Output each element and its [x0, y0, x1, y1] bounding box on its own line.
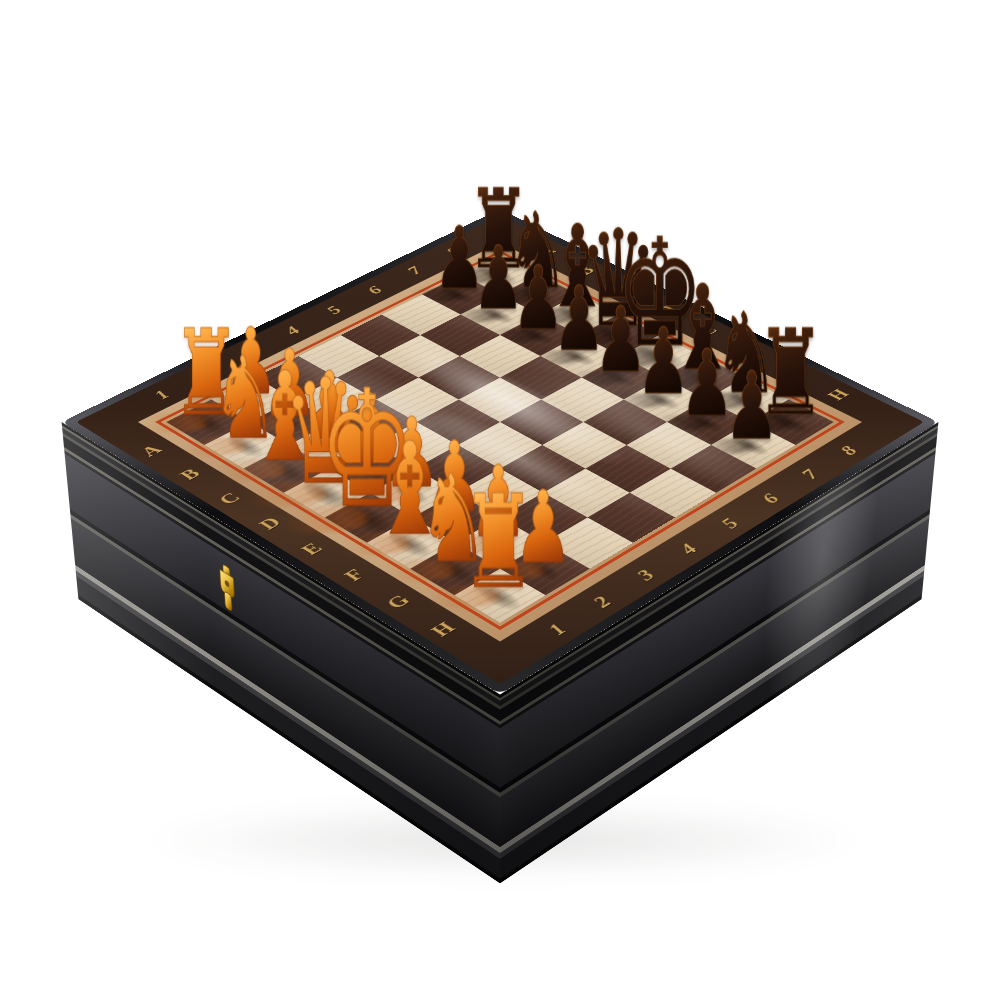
gold-clasp [217, 559, 239, 618]
piece-black-pawn[interactable]: ♟ [724, 362, 779, 450]
black-pawn-glyph: ♟ [724, 362, 779, 450]
chess-box-set: ♜♞♝♛♚♝♞♜♟♟♟♟♟♟♟♟♟♟♟♟♟♟♟♟♜♞♝♛♚♝♞♜ ABCDEFG… [62, 209, 939, 694]
white-rook-glyph: ♜ [460, 481, 536, 603]
product-photo: ♜♞♝♛♚♝♞♜♟♟♟♟♟♟♟♟♟♟♟♟♟♟♟♟♜♞♝♛♚♝♞♜ ABCDEFG… [0, 0, 1000, 1000]
piece-white-rook[interactable]: ♜ [460, 481, 536, 603]
